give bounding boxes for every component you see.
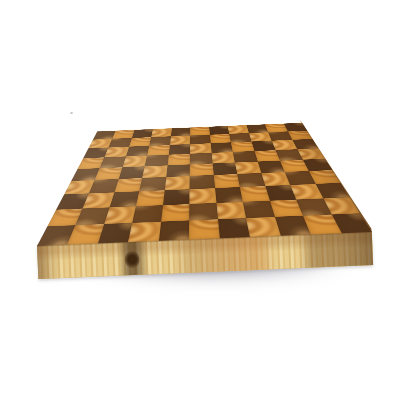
- board-square: [214, 174, 240, 188]
- board-square: [190, 163, 214, 176]
- photo-canvas: [0, 0, 400, 399]
- board-square: [114, 178, 142, 192]
- cutting-board: [32, 103, 389, 296]
- board-square: [218, 218, 250, 238]
- board-square: [166, 164, 190, 177]
- board-square: [128, 222, 161, 242]
- board-square: [309, 170, 341, 184]
- board-square: [163, 189, 190, 205]
- board-square: [104, 206, 136, 224]
- board-square: [189, 203, 217, 221]
- board-square: [190, 175, 215, 189]
- board-square: [215, 187, 243, 203]
- board-square: [161, 204, 190, 222]
- board-square: [216, 202, 246, 220]
- board-square: [98, 223, 133, 243]
- board-square: [133, 205, 163, 223]
- board-square: [110, 191, 140, 207]
- board-square: [212, 162, 237, 175]
- board-square: [165, 176, 190, 190]
- board-square: [136, 190, 164, 206]
- board-square: [302, 159, 332, 171]
- dust-speck: [70, 112, 73, 114]
- checkerboard-grid: [37, 123, 372, 246]
- board-square: [159, 221, 190, 241]
- wood-knot: [124, 250, 140, 270]
- board-square: [189, 219, 219, 239]
- board-square: [139, 177, 166, 191]
- board-square: [190, 188, 217, 204]
